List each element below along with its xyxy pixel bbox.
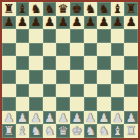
black-pawn[interactable]: ♟ xyxy=(44,16,55,28)
white-king[interactable]: ♚ xyxy=(71,125,82,137)
white-pawn[interactable]: ♟ xyxy=(99,111,110,123)
square-c7[interactable] xyxy=(29,43,43,57)
square-a2[interactable]: ♟ xyxy=(2,111,16,125)
square-c4[interactable] xyxy=(29,84,43,98)
square-d7[interactable] xyxy=(43,43,57,57)
square-b5[interactable] xyxy=(16,70,30,84)
white-pawn[interactable]: ♟ xyxy=(17,111,28,123)
square-f4[interactable] xyxy=(70,84,84,98)
square-j8[interactable] xyxy=(124,29,138,43)
square-b1[interactable]: ♝ xyxy=(16,124,30,138)
square-i1[interactable]: ♝ xyxy=(111,124,125,138)
white-pawn[interactable]: ♟ xyxy=(85,111,96,123)
white-queen[interactable]: ♛ xyxy=(58,125,69,137)
square-c2[interactable]: ♟ xyxy=(29,111,43,125)
square-i2[interactable]: ♟ xyxy=(111,111,125,125)
square-f7[interactable] xyxy=(70,43,84,57)
square-c3[interactable] xyxy=(29,97,43,111)
square-h10[interactable]: ♞ xyxy=(97,2,111,16)
square-a10[interactable]: ♜ xyxy=(2,2,16,16)
black-knight[interactable]: ♞ xyxy=(44,2,55,14)
square-a5[interactable] xyxy=(2,70,16,84)
square-g7[interactable] xyxy=(84,43,98,57)
square-a4[interactable] xyxy=(2,84,16,98)
black-pawn[interactable]: ♟ xyxy=(126,16,137,28)
black-knight[interactable]: ♞ xyxy=(99,2,110,14)
square-e2[interactable]: ♟ xyxy=(56,111,70,125)
square-f6[interactable] xyxy=(70,56,84,70)
square-d5[interactable] xyxy=(43,70,57,84)
black-pawn[interactable]: ♟ xyxy=(3,16,14,28)
square-g6[interactable] xyxy=(84,56,98,70)
square-c6[interactable] xyxy=(29,56,43,70)
square-d6[interactable] xyxy=(43,56,57,70)
square-i8[interactable] xyxy=(111,29,125,43)
square-d4[interactable] xyxy=(43,84,57,98)
square-h2[interactable]: ♟ xyxy=(97,111,111,125)
board-frame: ♜♝♞♞♛♚♞♞♝♜♟♟♟♟♟♟♟♟♟♟♟♟♟♟♟♟♟♟♟♟♜♝♞♞♛♚♞♞♝♜ xyxy=(0,0,140,140)
square-e1[interactable]: ♛ xyxy=(56,124,70,138)
square-j3[interactable] xyxy=(124,97,138,111)
white-bishop[interactable]: ♝ xyxy=(112,125,123,137)
square-d1[interactable]: ♞ xyxy=(43,124,57,138)
black-pawn[interactable]: ♟ xyxy=(71,16,82,28)
black-pawn[interactable]: ♟ xyxy=(17,16,28,28)
square-g9[interactable]: ♟ xyxy=(84,16,98,30)
white-pawn[interactable]: ♟ xyxy=(112,111,123,123)
square-h9[interactable]: ♟ xyxy=(97,16,111,30)
white-rook[interactable]: ♜ xyxy=(126,125,137,137)
white-pawn[interactable]: ♟ xyxy=(71,111,82,123)
square-h3[interactable] xyxy=(97,97,111,111)
square-d8[interactable] xyxy=(43,29,57,43)
square-i10[interactable]: ♝ xyxy=(111,2,125,16)
white-knight[interactable]: ♞ xyxy=(44,125,55,137)
square-i3[interactable] xyxy=(111,97,125,111)
square-f8[interactable] xyxy=(70,29,84,43)
black-knight[interactable]: ♞ xyxy=(85,2,96,14)
black-pawn[interactable]: ♟ xyxy=(99,16,110,28)
square-e4[interactable] xyxy=(56,84,70,98)
white-knight[interactable]: ♞ xyxy=(85,125,96,137)
square-b6[interactable] xyxy=(16,56,30,70)
square-c8[interactable] xyxy=(29,29,43,43)
white-knight[interactable]: ♞ xyxy=(31,125,42,137)
square-c9[interactable]: ♟ xyxy=(29,16,43,30)
square-g3[interactable] xyxy=(84,97,98,111)
square-c10[interactable]: ♞ xyxy=(29,2,43,16)
square-a6[interactable] xyxy=(2,56,16,70)
square-b10[interactable]: ♝ xyxy=(16,2,30,16)
square-f1[interactable]: ♚ xyxy=(70,124,84,138)
black-pawn[interactable]: ♟ xyxy=(85,16,96,28)
square-b7[interactable] xyxy=(16,43,30,57)
white-rook[interactable]: ♜ xyxy=(3,125,14,137)
square-g5[interactable] xyxy=(84,70,98,84)
square-j1[interactable]: ♜ xyxy=(124,124,138,138)
square-f5[interactable] xyxy=(70,70,84,84)
black-pawn[interactable]: ♟ xyxy=(58,16,69,28)
square-f3[interactable] xyxy=(70,97,84,111)
black-bishop[interactable]: ♝ xyxy=(17,2,28,14)
square-e6[interactable] xyxy=(56,56,70,70)
square-g4[interactable] xyxy=(84,84,98,98)
square-d9[interactable]: ♟ xyxy=(43,16,57,30)
square-a7[interactable] xyxy=(2,43,16,57)
square-a8[interactable] xyxy=(2,29,16,43)
square-e8[interactable] xyxy=(56,29,70,43)
square-e7[interactable] xyxy=(56,43,70,57)
square-i7[interactable] xyxy=(111,43,125,57)
square-c1[interactable]: ♞ xyxy=(29,124,43,138)
square-e9[interactable]: ♟ xyxy=(56,16,70,30)
square-i6[interactable] xyxy=(111,56,125,70)
square-d10[interactable]: ♞ xyxy=(43,2,57,16)
square-i4[interactable] xyxy=(111,84,125,98)
square-e10[interactable]: ♛ xyxy=(56,2,70,16)
square-f2[interactable]: ♟ xyxy=(70,111,84,125)
square-d3[interactable] xyxy=(43,97,57,111)
white-pawn[interactable]: ♟ xyxy=(126,111,137,123)
square-c5[interactable] xyxy=(29,70,43,84)
square-j10[interactable]: ♜ xyxy=(124,2,138,16)
black-knight[interactable]: ♞ xyxy=(31,2,42,14)
square-j9[interactable]: ♟ xyxy=(124,16,138,30)
square-g10[interactable]: ♞ xyxy=(84,2,98,16)
square-b9[interactable]: ♟ xyxy=(16,16,30,30)
square-e5[interactable] xyxy=(56,70,70,84)
square-g2[interactable]: ♟ xyxy=(84,111,98,125)
square-h8[interactable] xyxy=(97,29,111,43)
square-h4[interactable] xyxy=(97,84,111,98)
square-d2[interactable]: ♟ xyxy=(43,111,57,125)
square-f9[interactable]: ♟ xyxy=(70,16,84,30)
square-b3[interactable] xyxy=(16,97,30,111)
white-bishop[interactable]: ♝ xyxy=(17,125,28,137)
black-pawn[interactable]: ♟ xyxy=(112,16,123,28)
white-pawn[interactable]: ♟ xyxy=(3,111,14,123)
black-pawn[interactable]: ♟ xyxy=(31,16,42,28)
square-i9[interactable]: ♟ xyxy=(111,16,125,30)
square-j7[interactable] xyxy=(124,43,138,57)
white-pawn[interactable]: ♟ xyxy=(58,111,69,123)
square-j4[interactable] xyxy=(124,84,138,98)
black-queen[interactable]: ♛ xyxy=(58,2,69,14)
square-a3[interactable] xyxy=(2,97,16,111)
white-pawn[interactable]: ♟ xyxy=(31,111,42,123)
square-a9[interactable]: ♟ xyxy=(2,16,16,30)
square-b8[interactable] xyxy=(16,29,30,43)
square-h5[interactable] xyxy=(97,70,111,84)
square-f10[interactable]: ♚ xyxy=(70,2,84,16)
square-j6[interactable] xyxy=(124,56,138,70)
square-j5[interactable] xyxy=(124,70,138,84)
black-rook[interactable]: ♜ xyxy=(3,2,14,14)
square-b4[interactable] xyxy=(16,84,30,98)
square-h1[interactable]: ♞ xyxy=(97,124,111,138)
square-g8[interactable] xyxy=(84,29,98,43)
square-i5[interactable] xyxy=(111,70,125,84)
white-knight[interactable]: ♞ xyxy=(99,125,110,137)
square-h6[interactable] xyxy=(97,56,111,70)
black-king[interactable]: ♚ xyxy=(71,2,82,14)
square-e3[interactable] xyxy=(56,97,70,111)
white-pawn[interactable]: ♟ xyxy=(44,111,55,123)
square-h7[interactable] xyxy=(97,43,111,57)
square-a1[interactable]: ♜ xyxy=(2,124,16,138)
black-rook[interactable]: ♜ xyxy=(126,2,137,14)
square-g1[interactable]: ♞ xyxy=(84,124,98,138)
square-b2[interactable]: ♟ xyxy=(16,111,30,125)
square-j2[interactable]: ♟ xyxy=(124,111,138,125)
black-bishop[interactable]: ♝ xyxy=(112,2,123,14)
chess-board: ♜♝♞♞♛♚♞♞♝♜♟♟♟♟♟♟♟♟♟♟♟♟♟♟♟♟♟♟♟♟♜♝♞♞♛♚♞♞♝♜ xyxy=(2,2,138,138)
